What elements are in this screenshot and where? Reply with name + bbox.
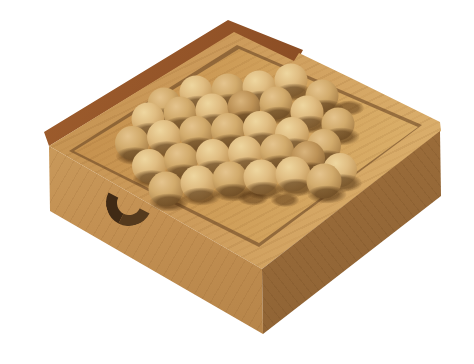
marbles-layer (0, 0, 474, 364)
marble[interactable] (276, 157, 311, 192)
marble[interactable] (181, 166, 216, 201)
marble[interactable] (307, 164, 342, 199)
marble[interactable] (213, 162, 248, 197)
solitaire-product-photo (0, 0, 474, 364)
marble[interactable] (149, 172, 184, 207)
marble[interactable] (244, 160, 279, 195)
